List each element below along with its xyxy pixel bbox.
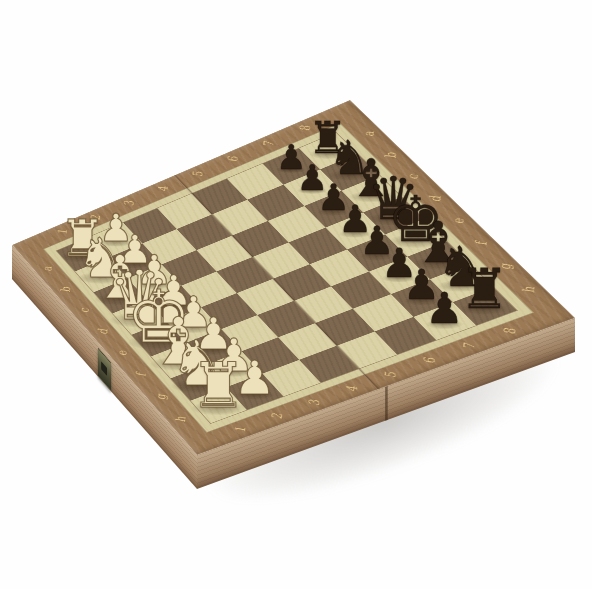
- rank-label-top-6: 6: [220, 146, 247, 173]
- rank-label-front-3: 3: [300, 389, 329, 416]
- file-label-left-b: b: [46, 282, 85, 298]
- file-label-right-h: h: [504, 281, 552, 299]
- file-label-right-a: a: [346, 125, 391, 144]
- rank-label-front-8: 8: [495, 317, 526, 345]
- rank-label-top-2: 2: [83, 205, 109, 231]
- file-label-right-e: e: [435, 212, 482, 230]
- file-label-left-h: h: [160, 411, 201, 428]
- rank-label-front-1: 1: [227, 416, 255, 443]
- rank-label-front-5: 5: [376, 361, 405, 389]
- rank-label-front-4: 4: [338, 375, 367, 402]
- file-label-right-c: c: [390, 168, 436, 186]
- rank-label-front-2: 2: [263, 403, 291, 430]
- file-label-right-g: g: [481, 258, 529, 276]
- file-label-right-f: f: [457, 235, 504, 253]
- file-label-left-e: e: [102, 345, 142, 361]
- rank-label-top-4: 4: [150, 176, 176, 202]
- rank-label-top-7: 7: [255, 130, 282, 157]
- file-label-left-c: c: [64, 303, 103, 319]
- file-label-right-b: b: [368, 146, 413, 165]
- rank-label-top-5: 5: [185, 161, 212, 187]
- file-label-left-a: a: [28, 261, 66, 277]
- file-label-left-d: d: [83, 324, 123, 340]
- rank-label-front-7: 7: [454, 332, 484, 360]
- rank-label-top-3: 3: [116, 191, 142, 217]
- rank-label-top-8: 8: [291, 115, 319, 142]
- rank-label-top-1: 1: [50, 219, 75, 244]
- file-label-left-g: g: [140, 389, 181, 406]
- rank-label-front-6: 6: [415, 347, 445, 375]
- clasp-slot: [101, 361, 107, 376]
- fold-seam-edge: [385, 386, 388, 421]
- file-label-left-f: f: [121, 367, 162, 383]
- product-photo-scene: aa11bb22cc33dd44ee55ff66gg77hh88 ♜♟♞♟♝♟♛…: [0, 0, 592, 589]
- file-label-right-d: d: [412, 190, 458, 208]
